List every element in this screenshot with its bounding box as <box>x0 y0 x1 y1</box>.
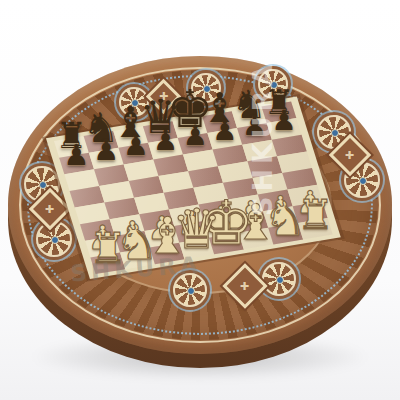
rosette-ornament <box>36 221 72 257</box>
watermark-vertical: SHKURA <box>247 66 279 216</box>
piece-black-pawn[interactable]: ♟ <box>93 136 119 165</box>
piece-black-pawn[interactable]: ♟ <box>123 131 149 160</box>
photo-stage: ♜♞♝♛♚♝♞♜♟♟♟♟♟♟♟♟♟♟♟♟♟♟♟♟♜♞♝♛♚♝♞♜ SHKURA … <box>0 0 400 400</box>
piece-black-pawn[interactable]: ♟ <box>183 122 208 150</box>
piece-black-pawn[interactable]: ♟ <box>212 117 237 145</box>
piece-black-pawn[interactable]: ♟ <box>153 127 178 155</box>
rosette-ornament <box>262 262 296 296</box>
piece-black-pawn[interactable]: ♟ <box>64 141 90 170</box>
